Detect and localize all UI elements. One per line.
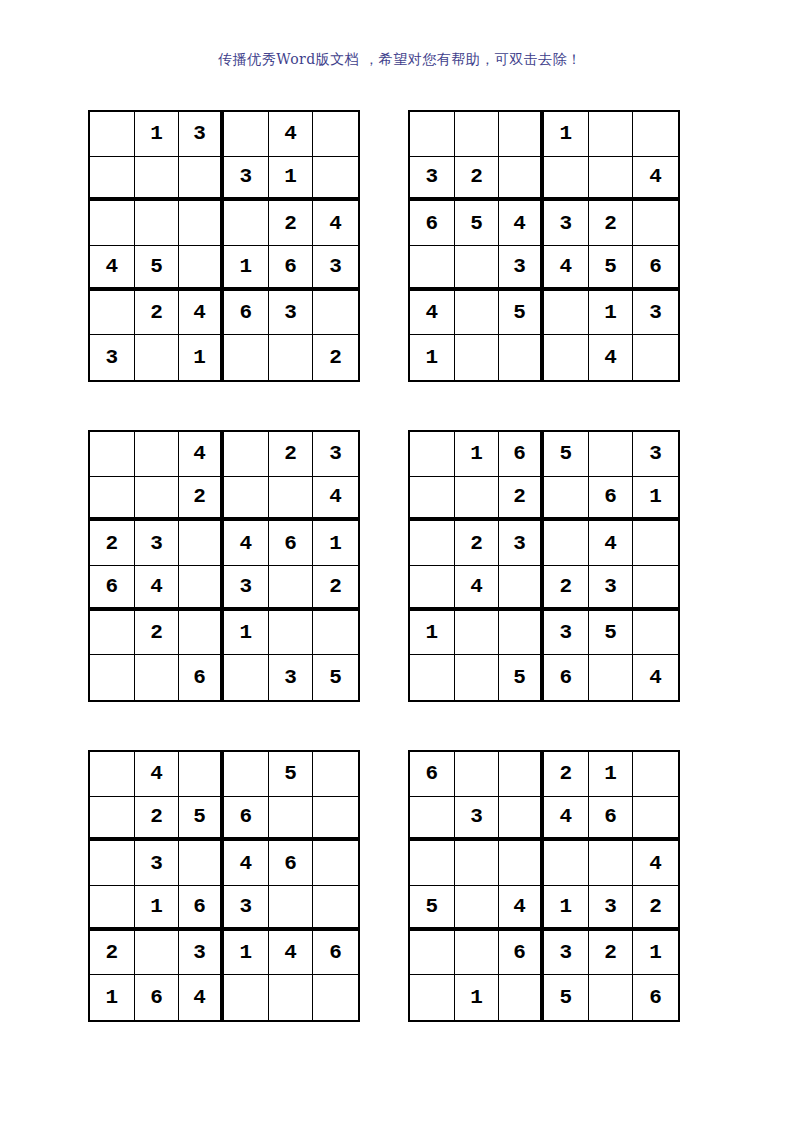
- sudoku-cell-r4c1[interactable]: 5: [410, 886, 455, 931]
- sudoku-cell-r1c4[interactable]: 1: [544, 112, 589, 157]
- sudoku-grid-6: 6213464541326321156: [408, 750, 680, 1022]
- sudoku-cell-r5c6[interactable]: [633, 611, 678, 656]
- sudoku-grid-4: 1653261234423135564: [408, 430, 680, 702]
- sudoku-cell-r1c6[interactable]: [313, 752, 358, 797]
- sudoku-cell-r4c2[interactable]: [455, 246, 500, 291]
- sudoku-cell-r1c3[interactable]: 6: [499, 432, 544, 477]
- sudoku-cell-r3c4[interactable]: 3: [544, 201, 589, 246]
- sudoku-cell-r6c2[interactable]: [455, 335, 500, 380]
- sudoku-cell-r4c4[interactable]: 3: [224, 886, 269, 931]
- sudoku-cell-r3c5[interactable]: 4: [589, 521, 634, 566]
- sudoku-cell-r6c4[interactable]: [224, 975, 269, 1020]
- sudoku-cell-r5c2[interactable]: [455, 931, 500, 976]
- sudoku-cell-r6c3[interactable]: [499, 335, 544, 380]
- sudoku-cell-r5c4[interactable]: 3: [544, 611, 589, 656]
- sudoku-cell-r6c5[interactable]: 4: [589, 335, 634, 380]
- sudoku-cell-r4c3[interactable]: [499, 566, 544, 611]
- sudoku-cell-r6c5[interactable]: [269, 975, 314, 1020]
- sudoku-cell-r3c2[interactable]: [135, 201, 180, 246]
- sudoku-cell-r2c4[interactable]: 3: [224, 157, 269, 202]
- sudoku-cell-r6c1[interactable]: 1: [90, 975, 135, 1020]
- sudoku-cell-r5c3[interactable]: 3: [179, 931, 224, 976]
- sudoku-cell-r6c5[interactable]: 3: [269, 655, 314, 700]
- sudoku-cell-r6c3[interactable]: 4: [179, 975, 224, 1020]
- sudoku-cell-r6c4[interactable]: 5: [544, 975, 589, 1020]
- sudoku-cell-r2c3[interactable]: 2: [179, 477, 224, 522]
- sudoku-cell-r4c5[interactable]: [269, 886, 314, 931]
- sudoku-cell-r3c5[interactable]: 2: [269, 201, 314, 246]
- sudoku-cell-r3c3[interactable]: [499, 841, 544, 886]
- sudoku-cell-r2c6[interactable]: 4: [313, 477, 358, 522]
- document-page: 传播优秀Word版文档 ，希望对您有帮助，可双击去除！ 134312445163…: [0, 0, 800, 1132]
- sudoku-cell-r3c1[interactable]: 2: [90, 521, 135, 566]
- sudoku-cell-r6c6[interactable]: 5: [313, 655, 358, 700]
- sudoku-cell-r6c3[interactable]: 6: [179, 655, 224, 700]
- sudoku-cell-r6c6[interactable]: [633, 335, 678, 380]
- sudoku-cell-r4c6[interactable]: 2: [633, 886, 678, 931]
- sudoku-cell-r5c5[interactable]: 2: [589, 931, 634, 976]
- sudoku-cell-r2c5[interactable]: 6: [589, 797, 634, 842]
- sudoku-cell-r2c5[interactable]: 6: [589, 477, 634, 522]
- sudoku-cell-r4c1[interactable]: 6: [90, 566, 135, 611]
- sudoku-cell-r2c2[interactable]: [455, 477, 500, 522]
- sudoku-cell-r3c3[interactable]: [179, 201, 224, 246]
- sudoku-cell-r4c3[interactable]: 4: [499, 886, 544, 931]
- sudoku-cell-r5c5[interactable]: 3: [269, 291, 314, 336]
- sudoku-cell-r2c2[interactable]: [135, 477, 180, 522]
- sudoku-cell-r6c4[interactable]: [544, 335, 589, 380]
- sudoku-cell-r2c5[interactable]: [269, 797, 314, 842]
- sudoku-cell-r6c4[interactable]: [224, 655, 269, 700]
- sudoku-cell-r2c1[interactable]: [410, 797, 455, 842]
- sudoku-cell-r4c4[interactable]: 3: [224, 566, 269, 611]
- sudoku-cell-r6c1[interactable]: 1: [410, 335, 455, 380]
- sudoku-cell-r5c4[interactable]: 6: [224, 291, 269, 336]
- sudoku-cell-r5c5[interactable]: 4: [269, 931, 314, 976]
- sudoku-cell-r2c1[interactable]: 3: [410, 157, 455, 202]
- sudoku-cell-r5c2[interactable]: [455, 291, 500, 336]
- sudoku-cell-r4c5[interactable]: [269, 566, 314, 611]
- sudoku-cell-r2c6[interactable]: [313, 157, 358, 202]
- sudoku-cell-r3c3[interactable]: 4: [499, 201, 544, 246]
- sudoku-cell-r4c1[interactable]: 4: [90, 246, 135, 291]
- sudoku-cell-r6c3[interactable]: [499, 975, 544, 1020]
- sudoku-cell-r1c3[interactable]: [499, 752, 544, 797]
- sudoku-cell-r4c1[interactable]: [410, 566, 455, 611]
- sudoku-cell-r3c6[interactable]: 1: [313, 521, 358, 566]
- sudoku-cell-r3c1[interactable]: 6: [410, 201, 455, 246]
- sudoku-cell-r4c4[interactable]: 1: [224, 246, 269, 291]
- sudoku-cell-r3c2[interactable]: 5: [455, 201, 500, 246]
- sudoku-cell-r5c6[interactable]: [313, 611, 358, 656]
- sudoku-cell-r6c2[interactable]: 6: [135, 975, 180, 1020]
- sudoku-cell-r5c1[interactable]: [410, 931, 455, 976]
- sudoku-cell-r4c6[interactable]: [313, 886, 358, 931]
- sudoku-cell-r3c5[interactable]: 2: [589, 201, 634, 246]
- sudoku-cell-r4c2[interactable]: [455, 886, 500, 931]
- sudoku-cell-r5c4[interactable]: 3: [544, 931, 589, 976]
- sudoku-cell-r6c1[interactable]: 3: [90, 335, 135, 380]
- sudoku-cell-r1c1[interactable]: [90, 432, 135, 477]
- sudoku-cell-r6c2[interactable]: [455, 655, 500, 700]
- sudoku-grid-2: 1324654323456451314: [408, 110, 680, 382]
- sudoku-cell-r4c3[interactable]: [179, 246, 224, 291]
- sudoku-cell-r1c2[interactable]: [455, 752, 500, 797]
- sudoku-cell-r1c5[interactable]: [589, 112, 634, 157]
- sudoku-cell-r3c6[interactable]: [633, 201, 678, 246]
- sudoku-cell-r5c6[interactable]: 6: [313, 931, 358, 976]
- sudoku-cell-r4c4[interactable]: 2: [544, 566, 589, 611]
- sudoku-cell-r5c1[interactable]: [90, 291, 135, 336]
- sudoku-cell-r2c6[interactable]: 4: [633, 157, 678, 202]
- sudoku-cell-r6c1[interactable]: [410, 655, 455, 700]
- sudoku-cell-r1c1[interactable]: [410, 112, 455, 157]
- sudoku-cell-r1c1[interactable]: [90, 112, 135, 157]
- sudoku-grid-5: 4525634616323146164: [88, 750, 360, 1022]
- sudoku-cell-r3c4[interactable]: [544, 841, 589, 886]
- sudoku-cell-r2c6[interactable]: 1: [633, 477, 678, 522]
- sudoku-cell-r5c2[interactable]: 2: [135, 291, 180, 336]
- sudoku-cell-r4c4[interactable]: 4: [544, 246, 589, 291]
- sudoku-cell-r5c2[interactable]: [455, 611, 500, 656]
- sudoku-cell-r5c3[interactable]: [499, 611, 544, 656]
- sudoku-cell-r5c3[interactable]: 5: [499, 291, 544, 336]
- sudoku-cell-r1c2[interactable]: 4: [135, 752, 180, 797]
- sudoku-cell-r4c1[interactable]: [410, 246, 455, 291]
- sudoku-cell-r6c5[interactable]: [589, 655, 634, 700]
- sudoku-cell-r2c1[interactable]: [90, 157, 135, 202]
- sudoku-cell-r1c5[interactable]: 5: [269, 752, 314, 797]
- sudoku-cell-r1c5[interactable]: 1: [589, 752, 634, 797]
- sudoku-cell-r5c3[interactable]: 6: [499, 931, 544, 976]
- sudoku-cell-r1c3[interactable]: 3: [179, 112, 224, 157]
- sudoku-cell-r2c3[interactable]: [499, 157, 544, 202]
- sudoku-cell-r5c2[interactable]: 2: [135, 611, 180, 656]
- sudoku-cell-r5c1[interactable]: 2: [90, 931, 135, 976]
- sudoku-cell-r6c5[interactable]: [269, 335, 314, 380]
- sudoku-cell-r1c5[interactable]: [589, 432, 634, 477]
- sudoku-cell-r2c4[interactable]: [544, 477, 589, 522]
- sudoku-cell-r2c3[interactable]: [499, 797, 544, 842]
- sudoku-cell-r1c4[interactable]: [224, 752, 269, 797]
- sudoku-cell-r1c2[interactable]: 1: [135, 112, 180, 157]
- sudoku-cell-r5c4[interactable]: 1: [224, 931, 269, 976]
- sudoku-cell-r3c6[interactable]: [633, 521, 678, 566]
- sudoku-cell-r1c3[interactable]: 4: [179, 432, 224, 477]
- sudoku-cell-r3c4[interactable]: [544, 521, 589, 566]
- sudoku-cell-r6c6[interactable]: 4: [633, 655, 678, 700]
- sudoku-cell-r5c6[interactable]: 3: [633, 291, 678, 336]
- sudoku-cell-r1c4[interactable]: [224, 112, 269, 157]
- sudoku-cell-r4c2[interactable]: 5: [135, 246, 180, 291]
- sudoku-cell-r1c3[interactable]: [179, 752, 224, 797]
- sudoku-cell-r1c1[interactable]: [410, 432, 455, 477]
- sudoku-cell-r3c1[interactable]: [410, 841, 455, 886]
- sudoku-cell-r2c4[interactable]: [224, 477, 269, 522]
- watermark-header-text[interactable]: 传播优秀Word版文档 ，希望对您有帮助，可双击去除！: [0, 51, 800, 69]
- sudoku-cell-r3c4[interactable]: 4: [224, 521, 269, 566]
- sudoku-cell-r2c1[interactable]: [90, 797, 135, 842]
- sudoku-cell-r1c1[interactable]: 6: [410, 752, 455, 797]
- sudoku-cell-r1c2[interactable]: [135, 432, 180, 477]
- sudoku-cell-r3c3[interactable]: [179, 521, 224, 566]
- sudoku-grid-3: 4232423461643221635: [88, 430, 360, 702]
- sudoku-cell-r4c3[interactable]: 6: [179, 886, 224, 931]
- sudoku-cell-r6c4[interactable]: [224, 335, 269, 380]
- sudoku-cell-r2c6[interactable]: [313, 797, 358, 842]
- sudoku-cell-r5c3[interactable]: 4: [179, 291, 224, 336]
- sudoku-cell-r5c6[interactable]: 1: [633, 931, 678, 976]
- sudoku-cell-r3c2[interactable]: 2: [455, 521, 500, 566]
- sudoku-cell-r3c1[interactable]: [90, 201, 135, 246]
- sudoku-cell-r1c4[interactable]: 5: [544, 432, 589, 477]
- sudoku-cell-r3c6[interactable]: 4: [313, 201, 358, 246]
- sudoku-cell-r3c6[interactable]: 4: [633, 841, 678, 886]
- sudoku-cell-r6c2[interactable]: 1: [455, 975, 500, 1020]
- sudoku-cell-r4c1[interactable]: [90, 886, 135, 931]
- sudoku-cell-r2c1[interactable]: [410, 477, 455, 522]
- sudoku-cell-r4c5[interactable]: 5: [589, 246, 634, 291]
- sudoku-cell-r2c6[interactable]: [633, 797, 678, 842]
- sudoku-cell-r2c1[interactable]: [90, 477, 135, 522]
- sudoku-cell-r5c1[interactable]: 1: [410, 611, 455, 656]
- sudoku-cell-r3c3[interactable]: 3: [499, 521, 544, 566]
- sudoku-cell-r6c2[interactable]: [135, 335, 180, 380]
- sudoku-cell-r3c3[interactable]: [179, 841, 224, 886]
- sudoku-cell-r1c5[interactable]: 4: [269, 112, 314, 157]
- sudoku-cell-r2c4[interactable]: 4: [544, 797, 589, 842]
- sudoku-cell-r6c2[interactable]: [135, 655, 180, 700]
- sudoku-cell-r2c2[interactable]: 3: [455, 797, 500, 842]
- sudoku-cell-r5c1[interactable]: 4: [410, 291, 455, 336]
- sudoku-cell-r4c6[interactable]: 6: [633, 246, 678, 291]
- sudoku-cell-r1c1[interactable]: [90, 752, 135, 797]
- sudoku-cell-r4c5[interactable]: 6: [269, 246, 314, 291]
- sudoku-cell-r3c2[interactable]: 3: [135, 521, 180, 566]
- sudoku-cell-r4c2[interactable]: 4: [135, 566, 180, 611]
- sudoku-cell-r6c6[interactable]: [313, 975, 358, 1020]
- sudoku-cell-r1c6[interactable]: 3: [633, 432, 678, 477]
- sudoku-cell-r5c5[interactable]: 1: [589, 291, 634, 336]
- sudoku-cell-r1c3[interactable]: [499, 112, 544, 157]
- sudoku-cell-r2c5[interactable]: [589, 157, 634, 202]
- sudoku-cell-r4c5[interactable]: 3: [589, 886, 634, 931]
- sudoku-cell-r2c2[interactable]: 2: [135, 797, 180, 842]
- sudoku-cell-r1c5[interactable]: 2: [269, 432, 314, 477]
- sudoku-grid-1: 1343124451632463312: [88, 110, 360, 382]
- sudoku-cell-r3c6[interactable]: [313, 841, 358, 886]
- sudoku-cell-r5c1[interactable]: [90, 611, 135, 656]
- sudoku-cell-r4c2[interactable]: 4: [455, 566, 500, 611]
- sudoku-cell-r6c4[interactable]: 6: [544, 655, 589, 700]
- sudoku-cell-r1c6[interactable]: [633, 752, 678, 797]
- sudoku-cell-r6c1[interactable]: [410, 975, 455, 1020]
- sudoku-cell-r5c2[interactable]: [135, 931, 180, 976]
- sudoku-cell-r1c2[interactable]: [455, 112, 500, 157]
- sudoku-cell-r6c6[interactable]: 2: [313, 335, 358, 380]
- sudoku-cell-r2c5[interactable]: 1: [269, 157, 314, 202]
- sudoku-cell-r4c4[interactable]: 1: [544, 886, 589, 931]
- sudoku-cell-r2c3[interactable]: 2: [499, 477, 544, 522]
- sudoku-cell-r3c4[interactable]: [224, 201, 269, 246]
- sudoku-cell-r4c3[interactable]: 3: [499, 246, 544, 291]
- sudoku-cell-r5c4[interactable]: [544, 291, 589, 336]
- sudoku-cell-r4c5[interactable]: 3: [589, 566, 634, 611]
- sudoku-cell-r5c5[interactable]: 5: [589, 611, 634, 656]
- sudoku-cell-r3c1[interactable]: [90, 841, 135, 886]
- sudoku-cell-r6c3[interactable]: 1: [179, 335, 224, 380]
- sudoku-cell-r3c1[interactable]: [410, 521, 455, 566]
- sudoku-cell-r3c2[interactable]: [455, 841, 500, 886]
- sudoku-cell-r2c4[interactable]: 6: [224, 797, 269, 842]
- sudoku-cell-r2c2[interactable]: [135, 157, 180, 202]
- sudoku-cell-r6c5[interactable]: [589, 975, 634, 1020]
- sudoku-cell-r3c5[interactable]: 6: [269, 521, 314, 566]
- sudoku-cell-r4c3[interactable]: [179, 566, 224, 611]
- sudoku-cell-r5c5[interactable]: [269, 611, 314, 656]
- sudoku-cell-r4c6[interactable]: [633, 566, 678, 611]
- sudoku-cell-r3c2[interactable]: 3: [135, 841, 180, 886]
- sudoku-cell-r6c3[interactable]: 5: [499, 655, 544, 700]
- sudoku-cell-r3c4[interactable]: 4: [224, 841, 269, 886]
- sudoku-cell-r2c5[interactable]: [269, 477, 314, 522]
- sudoku-cell-r1c2[interactable]: 1: [455, 432, 500, 477]
- sudoku-cell-r1c4[interactable]: [224, 432, 269, 477]
- sudoku-cell-r2c3[interactable]: 5: [179, 797, 224, 842]
- sudoku-cell-r1c6[interactable]: 3: [313, 432, 358, 477]
- sudoku-cell-r3c5[interactable]: 6: [269, 841, 314, 886]
- sudoku-cell-r3c5[interactable]: [589, 841, 634, 886]
- sudoku-cell-r2c4[interactable]: [544, 157, 589, 202]
- sudoku-cell-r4c2[interactable]: 1: [135, 886, 180, 931]
- sudoku-cell-r4c6[interactable]: 3: [313, 246, 358, 291]
- sudoku-cell-r6c1[interactable]: [90, 655, 135, 700]
- sudoku-cell-r1c6[interactable]: [633, 112, 678, 157]
- sudoku-cell-r1c4[interactable]: 2: [544, 752, 589, 797]
- sudoku-cell-r2c2[interactable]: 2: [455, 157, 500, 202]
- sudoku-cell-r5c3[interactable]: [179, 611, 224, 656]
- sudoku-cell-r5c4[interactable]: 1: [224, 611, 269, 656]
- sudoku-cell-r5c6[interactable]: [313, 291, 358, 336]
- sudoku-cell-r6c6[interactable]: 6: [633, 975, 678, 1020]
- sudoku-cell-r2c3[interactable]: [179, 157, 224, 202]
- sudoku-cell-r1c6[interactable]: [313, 112, 358, 157]
- sudoku-cell-r4c6[interactable]: 2: [313, 566, 358, 611]
